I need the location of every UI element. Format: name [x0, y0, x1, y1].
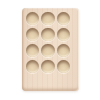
pit-r4c3[interactable]	[57, 60, 71, 74]
pit-r3c3[interactable]	[57, 44, 71, 58]
pit-r3c1[interactable]	[26, 44, 40, 58]
pit-r2c2[interactable]	[41, 28, 55, 42]
pit-r2c1[interactable]	[26, 28, 40, 42]
pit-r1c3[interactable]	[57, 12, 71, 26]
mancala-board	[22, 8, 79, 91]
pit-r2c3[interactable]	[57, 28, 71, 42]
pit-r3c2[interactable]	[41, 44, 55, 58]
pit-r4c1[interactable]	[26, 60, 40, 74]
pit-grid	[25, 11, 71, 75]
pit-r4c2[interactable]	[41, 60, 55, 74]
pit-r1c1[interactable]	[26, 12, 40, 26]
photo-background	[0, 0, 100, 100]
pit-r1c2[interactable]	[41, 12, 55, 26]
